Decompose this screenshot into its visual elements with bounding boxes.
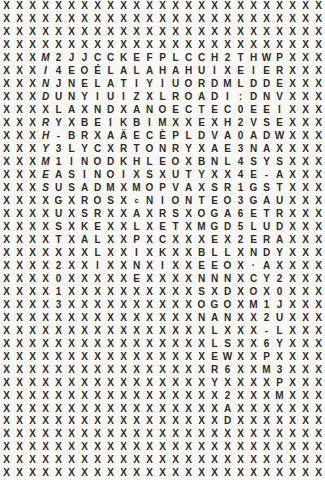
cell-r15c17[interactable]: S	[208, 182, 221, 195]
cell-r15c6[interactable]: S	[65, 182, 78, 195]
cell-r16c9[interactable]: S	[104, 195, 117, 208]
cell-r12c7[interactable]: Y	[78, 143, 91, 156]
cell-r6c11[interactable]: L	[130, 65, 143, 78]
cell-r36c21[interactable]: X	[260, 454, 273, 467]
cell-r30c4[interactable]: X	[39, 376, 52, 389]
cell-r32c23[interactable]: X	[286, 402, 299, 415]
cell-r30c23[interactable]: X	[286, 376, 299, 389]
cell-r15c4[interactable]: S	[39, 182, 52, 195]
cell-r6c25[interactable]: X	[312, 65, 325, 78]
cell-r2c16[interactable]: X	[195, 13, 208, 26]
cell-r18c15[interactable]: X	[182, 220, 195, 233]
cell-r25c14[interactable]: X	[169, 311, 182, 324]
cell-r13c15[interactable]: X	[182, 156, 195, 169]
cell-r32c18[interactable]: A	[221, 402, 234, 415]
cell-r23c16[interactable]: S	[195, 285, 208, 298]
cell-r2c3[interactable]: X	[26, 13, 39, 26]
cell-r19c7[interactable]: A	[78, 233, 91, 246]
cell-r22c19[interactable]: X	[234, 272, 247, 285]
cell-r25c24[interactable]: X	[299, 311, 312, 324]
cell-r6c7[interactable]: O	[78, 65, 91, 78]
cell-r8c6[interactable]: N	[65, 91, 78, 104]
cell-r20c4[interactable]: X	[39, 246, 52, 259]
cell-r31c9[interactable]: X	[104, 389, 117, 402]
cell-r4c16[interactable]: X	[195, 39, 208, 52]
cell-r8c15[interactable]: O	[182, 91, 195, 104]
cell-r1c6[interactable]: X	[65, 0, 78, 13]
cell-r8c11[interactable]: Z	[130, 91, 143, 104]
cell-r5c25[interactable]: X	[312, 52, 325, 65]
cell-r10c19[interactable]: 2	[234, 117, 247, 130]
cell-r19c12[interactable]: X	[143, 233, 156, 246]
cell-r22c25[interactable]: X	[312, 272, 325, 285]
cell-r17c3[interactable]: X	[26, 208, 39, 221]
cell-r19c11[interactable]: P	[130, 233, 143, 246]
cell-r31c2[interactable]: X	[13, 389, 26, 402]
cell-r35c23[interactable]: X	[286, 441, 299, 454]
cell-r24c24[interactable]: X	[299, 298, 312, 311]
cell-r9c19[interactable]: 0	[234, 104, 247, 117]
cell-r12c21[interactable]: A	[260, 143, 273, 156]
cell-r10c21[interactable]: S	[260, 117, 273, 130]
cell-r14c25[interactable]: X	[312, 169, 325, 182]
cell-r33c15[interactable]: X	[182, 415, 195, 428]
cell-r37c9[interactable]: X	[104, 467, 117, 480]
cell-r32c4[interactable]: X	[39, 402, 52, 415]
cell-r8c8[interactable]: I	[91, 91, 104, 104]
cell-r20c10[interactable]: X	[117, 246, 130, 259]
cell-r14c14[interactable]: U	[169, 169, 182, 182]
cell-r11c1[interactable]: X	[0, 130, 13, 143]
cell-r20c23[interactable]: X	[286, 246, 299, 259]
cell-r12c3[interactable]: X	[26, 143, 39, 156]
cell-r5c5[interactable]: 2	[52, 52, 65, 65]
cell-r26c7[interactable]: X	[78, 324, 91, 337]
cell-r2c1[interactable]: X	[0, 13, 13, 26]
cell-r28c15[interactable]: X	[182, 350, 195, 363]
cell-r36c7[interactable]: X	[78, 454, 91, 467]
cell-r11c11[interactable]: E	[130, 130, 143, 143]
cell-r21c9[interactable]: X	[104, 259, 117, 272]
cell-r14c23[interactable]: X	[286, 169, 299, 182]
cell-r27c9[interactable]: X	[104, 337, 117, 350]
cell-r34c6[interactable]: X	[65, 428, 78, 441]
cell-r29c7[interactable]: X	[78, 363, 91, 376]
cell-r21c22[interactable]: X	[273, 259, 286, 272]
cell-r23c14[interactable]: X	[169, 285, 182, 298]
cell-r7c2[interactable]: X	[13, 78, 26, 91]
cell-r27c17[interactable]: L	[208, 337, 221, 350]
cell-r15c11[interactable]: M	[130, 182, 143, 195]
cell-r22c23[interactable]: X	[286, 272, 299, 285]
cell-r25c20[interactable]: X	[247, 311, 260, 324]
cell-r6c16[interactable]: U	[195, 65, 208, 78]
cell-r36c4[interactable]: X	[39, 454, 52, 467]
cell-r23c17[interactable]: X	[208, 285, 221, 298]
cell-r14c21[interactable]: -	[260, 169, 273, 182]
cell-r15c16[interactable]: X	[195, 182, 208, 195]
cell-r17c11[interactable]: A	[130, 208, 143, 221]
cell-r6c20[interactable]: I	[247, 65, 260, 78]
cell-r23c9[interactable]: X	[104, 285, 117, 298]
cell-r24c22[interactable]: J	[273, 298, 286, 311]
cell-r5c16[interactable]: C	[195, 52, 208, 65]
cell-r4c10[interactable]: X	[117, 39, 130, 52]
cell-r29c20[interactable]: X	[247, 363, 260, 376]
cell-r36c11[interactable]: X	[130, 454, 143, 467]
cell-r20c15[interactable]: X	[182, 246, 195, 259]
cell-r24c16[interactable]: O	[195, 298, 208, 311]
cell-r23c21[interactable]: X	[260, 285, 273, 298]
cell-r16c13[interactable]: I	[156, 195, 169, 208]
cell-r7c1[interactable]: X	[0, 78, 13, 91]
cell-r33c6[interactable]: X	[65, 415, 78, 428]
cell-r2c17[interactable]: X	[208, 13, 221, 26]
cell-r14c17[interactable]: X	[208, 169, 221, 182]
cell-r14c12[interactable]: S	[143, 169, 156, 182]
cell-r34c25[interactable]: X	[312, 428, 325, 441]
cell-r26c4[interactable]: X	[39, 324, 52, 337]
cell-r22c22[interactable]: 2	[273, 272, 286, 285]
cell-r29c3[interactable]: X	[26, 363, 39, 376]
cell-r34c23[interactable]: X	[286, 428, 299, 441]
cell-r33c22[interactable]: X	[273, 415, 286, 428]
cell-r35c8[interactable]: X	[91, 441, 104, 454]
cell-r25c5[interactable]: X	[52, 311, 65, 324]
cell-r20c24[interactable]: X	[299, 246, 312, 259]
cell-r14c15[interactable]: T	[182, 169, 195, 182]
cell-r13c24[interactable]: X	[299, 156, 312, 169]
cell-r11c9[interactable]: A	[104, 130, 117, 143]
cell-r34c9[interactable]: X	[104, 428, 117, 441]
cell-r3c7[interactable]: X	[78, 26, 91, 39]
cell-r25c25[interactable]: X	[312, 311, 325, 324]
cell-r14c3[interactable]: X	[26, 169, 39, 182]
cell-r11c15[interactable]: L	[182, 130, 195, 143]
cell-r29c4[interactable]: X	[39, 363, 52, 376]
cell-r10c11[interactable]: B	[130, 117, 143, 130]
cell-r1c7[interactable]: X	[78, 0, 91, 13]
cell-r30c15[interactable]: X	[182, 376, 195, 389]
cell-r22c3[interactable]: X	[26, 272, 39, 285]
cell-r24c10[interactable]: X	[117, 298, 130, 311]
cell-r17c6[interactable]: X	[65, 208, 78, 221]
cell-r31c5[interactable]: X	[52, 389, 65, 402]
cell-r9c6[interactable]: A	[65, 104, 78, 117]
cell-r10c1[interactable]: X	[0, 117, 13, 130]
cell-r26c19[interactable]: X	[234, 324, 247, 337]
cell-r28c11[interactable]: X	[130, 350, 143, 363]
cell-r20c16[interactable]: B	[195, 246, 208, 259]
cell-r16c4[interactable]: X	[39, 195, 52, 208]
cell-r19c23[interactable]: X	[286, 233, 299, 246]
cell-r3c8[interactable]: X	[91, 26, 104, 39]
cell-r34c2[interactable]: X	[13, 428, 26, 441]
cell-r31c21[interactable]: X	[260, 389, 273, 402]
cell-r13c25[interactable]: X	[312, 156, 325, 169]
cell-r2c22[interactable]: X	[273, 13, 286, 26]
cell-r22c18[interactable]: N	[221, 272, 234, 285]
cell-r24c8[interactable]: X	[91, 298, 104, 311]
cell-r26c21[interactable]: -	[260, 324, 273, 337]
cell-r37c7[interactable]: X	[78, 467, 91, 480]
cell-r26c9[interactable]: X	[104, 324, 117, 337]
cell-r34c20[interactable]: X	[247, 428, 260, 441]
cell-r4c6[interactable]: X	[65, 39, 78, 52]
cell-r25c4[interactable]: X	[39, 311, 52, 324]
cell-r1c21[interactable]: X	[260, 0, 273, 13]
cell-r1c11[interactable]: X	[130, 0, 143, 13]
cell-r35c3[interactable]: X	[26, 441, 39, 454]
cell-r12c19[interactable]: 3	[234, 143, 247, 156]
cell-r24c14[interactable]: X	[169, 298, 182, 311]
cell-r11c13[interactable]: È	[156, 130, 169, 143]
cell-r28c23[interactable]: X	[286, 350, 299, 363]
cell-r14c5[interactable]: A	[52, 169, 65, 182]
cell-r26c11[interactable]: X	[130, 324, 143, 337]
cell-r7c5[interactable]: J	[52, 78, 65, 91]
cell-r4c4[interactable]: X	[39, 39, 52, 52]
cell-r29c9[interactable]: X	[104, 363, 117, 376]
cell-r21c11[interactable]: N	[130, 259, 143, 272]
cell-r31c10[interactable]: X	[117, 389, 130, 402]
cell-r2c10[interactable]: X	[117, 13, 130, 26]
cell-r13c23[interactable]: X	[286, 156, 299, 169]
cell-r18c1[interactable]: X	[0, 220, 13, 233]
cell-r27c10[interactable]: X	[117, 337, 130, 350]
cell-r18c10[interactable]: X	[117, 220, 130, 233]
cell-r23c11[interactable]: X	[130, 285, 143, 298]
cell-r11c2[interactable]: X	[13, 130, 26, 143]
cell-r20c22[interactable]: Y	[273, 246, 286, 259]
cell-r8c4[interactable]: D	[39, 91, 52, 104]
cell-r17c23[interactable]: X	[286, 208, 299, 221]
cell-r12c11[interactable]: T	[130, 143, 143, 156]
cell-r31c3[interactable]: X	[26, 389, 39, 402]
cell-r11c8[interactable]: X	[91, 130, 104, 143]
cell-r7c10[interactable]: T	[117, 78, 130, 91]
cell-r6c22[interactable]: R	[273, 65, 286, 78]
cell-r3c25[interactable]: X	[312, 26, 325, 39]
cell-r2c19[interactable]: X	[234, 13, 247, 26]
cell-r10c15[interactable]: X	[182, 117, 195, 130]
cell-r1c15[interactable]: X	[182, 0, 195, 13]
cell-r32c11[interactable]: X	[130, 402, 143, 415]
cell-r4c11[interactable]: X	[130, 39, 143, 52]
cell-r11c24[interactable]: X	[299, 130, 312, 143]
cell-r6c6[interactable]: E	[65, 65, 78, 78]
cell-r27c11[interactable]: X	[130, 337, 143, 350]
cell-r17c22[interactable]: R	[273, 208, 286, 221]
cell-r20c11[interactable]: I	[130, 246, 143, 259]
cell-r14c9[interactable]: O	[104, 169, 117, 182]
cell-r4c19[interactable]: X	[234, 39, 247, 52]
cell-r1c10[interactable]: X	[117, 0, 130, 13]
cell-r5c11[interactable]: E	[130, 52, 143, 65]
cell-r26c15[interactable]: X	[182, 324, 195, 337]
cell-r8c10[interactable]: I	[117, 91, 130, 104]
cell-r22c21[interactable]: Y	[260, 272, 273, 285]
cell-r5c9[interactable]: C	[104, 52, 117, 65]
cell-r34c12[interactable]: X	[143, 428, 156, 441]
cell-r4c23[interactable]: X	[286, 39, 299, 52]
cell-r3c3[interactable]: X	[26, 26, 39, 39]
cell-r29c5[interactable]: X	[52, 363, 65, 376]
cell-r16c3[interactable]: X	[26, 195, 39, 208]
cell-r33c12[interactable]: X	[143, 415, 156, 428]
cell-r9c23[interactable]: X	[286, 104, 299, 117]
cell-r10c12[interactable]: I	[143, 117, 156, 130]
cell-r8c14[interactable]: R	[169, 91, 182, 104]
cell-r12c8[interactable]: C	[91, 143, 104, 156]
cell-r24c20[interactable]: M	[247, 298, 260, 311]
cell-r22c15[interactable]: X	[182, 272, 195, 285]
cell-r14c24[interactable]: X	[299, 169, 312, 182]
cell-r5c13[interactable]: P	[156, 52, 169, 65]
cell-r30c17[interactable]: Y	[208, 376, 221, 389]
cell-r35c20[interactable]: X	[247, 441, 260, 454]
cell-r16c18[interactable]: O	[221, 195, 234, 208]
cell-r35c17[interactable]: X	[208, 441, 221, 454]
cell-r29c14[interactable]: X	[169, 363, 182, 376]
cell-r6c9[interactable]: L	[104, 65, 117, 78]
cell-r12c10[interactable]: R	[117, 143, 130, 156]
cell-r30c5[interactable]: X	[52, 376, 65, 389]
cell-r29c19[interactable]: X	[234, 363, 247, 376]
cell-r1c13[interactable]: X	[156, 0, 169, 13]
cell-r24c23[interactable]: X	[286, 298, 299, 311]
cell-r1c2[interactable]: X	[13, 0, 26, 13]
cell-r11c3[interactable]: X	[26, 130, 39, 143]
cell-r37c6[interactable]: X	[65, 467, 78, 480]
cell-r16c5[interactable]: G	[52, 195, 65, 208]
cell-r35c25[interactable]: X	[312, 441, 325, 454]
cell-r25c11[interactable]: X	[130, 311, 143, 324]
cell-r31c6[interactable]: X	[65, 389, 78, 402]
cell-r35c14[interactable]: X	[169, 441, 182, 454]
cell-r34c4[interactable]: X	[39, 428, 52, 441]
cell-r30c20[interactable]: X	[247, 376, 260, 389]
cell-r28c9[interactable]: X	[104, 350, 117, 363]
cell-r32c17[interactable]: X	[208, 402, 221, 415]
cell-r6c15[interactable]: H	[182, 65, 195, 78]
cell-r28c14[interactable]: X	[169, 350, 182, 363]
cell-r30c7[interactable]: X	[78, 376, 91, 389]
cell-r10c18[interactable]: H	[221, 117, 234, 130]
cell-r9c16[interactable]: T	[195, 104, 208, 117]
cell-r32c10[interactable]: X	[117, 402, 130, 415]
cell-r16c11[interactable]: c	[130, 195, 143, 208]
cell-r10c22[interactable]: E	[273, 117, 286, 130]
cell-r37c16[interactable]: X	[195, 467, 208, 480]
cell-r20c25[interactable]: X	[312, 246, 325, 259]
cell-r18c22[interactable]: D	[273, 220, 286, 233]
cell-r30c24[interactable]: X	[299, 376, 312, 389]
cell-r17c14[interactable]: S	[169, 208, 182, 221]
cell-r12c15[interactable]: Y	[182, 143, 195, 156]
cell-r10c17[interactable]: X	[208, 117, 221, 130]
cell-r32c9[interactable]: X	[104, 402, 117, 415]
cell-r35c9[interactable]: X	[104, 441, 117, 454]
cell-r7c23[interactable]: X	[286, 78, 299, 91]
cell-r28c17[interactable]: E	[208, 350, 221, 363]
cell-r2c11[interactable]: X	[130, 13, 143, 26]
cell-r7c6[interactable]: N	[65, 78, 78, 91]
cell-r36c25[interactable]: X	[312, 454, 325, 467]
cell-r15c19[interactable]: 1	[234, 182, 247, 195]
cell-r25c3[interactable]: X	[26, 311, 39, 324]
cell-r16c22[interactable]: U	[273, 195, 286, 208]
cell-r35c12[interactable]: X	[143, 441, 156, 454]
cell-r9c13[interactable]: O	[156, 104, 169, 117]
cell-r22c8[interactable]: X	[91, 272, 104, 285]
cell-r15c3[interactable]: X	[26, 182, 39, 195]
cell-r19c9[interactable]: X	[104, 233, 117, 246]
cell-r29c22[interactable]: 3	[273, 363, 286, 376]
cell-r28c5[interactable]: X	[52, 350, 65, 363]
cell-r21c1[interactable]: X	[0, 259, 13, 272]
cell-r21c8[interactable]: I	[91, 259, 104, 272]
cell-r23c19[interactable]: X	[234, 285, 247, 298]
cell-r29c18[interactable]: 6	[221, 363, 234, 376]
cell-r10c9[interactable]: I	[104, 117, 117, 130]
cell-r35c24[interactable]: X	[299, 441, 312, 454]
cell-r23c20[interactable]: O	[247, 285, 260, 298]
cell-r20c18[interactable]: L	[221, 246, 234, 259]
cell-r20c3[interactable]: X	[26, 246, 39, 259]
cell-r4c18[interactable]: X	[221, 39, 234, 52]
cell-r5c2[interactable]: X	[13, 52, 26, 65]
cell-r27c6[interactable]: X	[65, 337, 78, 350]
cell-r21c16[interactable]: E	[195, 259, 208, 272]
cell-r4c14[interactable]: X	[169, 39, 182, 52]
cell-r19c15[interactable]: X	[182, 233, 195, 246]
cell-r19c24[interactable]: X	[299, 233, 312, 246]
cell-r4c25[interactable]: X	[312, 39, 325, 52]
cell-r30c13[interactable]: X	[156, 376, 169, 389]
cell-r25c13[interactable]: X	[156, 311, 169, 324]
cell-r12c4[interactable]: Y	[39, 143, 52, 156]
cell-r7c9[interactable]: A	[104, 78, 117, 91]
cell-r22c20[interactable]: C	[247, 272, 260, 285]
cell-r26c23[interactable]: X	[286, 324, 299, 337]
cell-r9c25[interactable]: X	[312, 104, 325, 117]
cell-r30c1[interactable]: X	[0, 376, 13, 389]
cell-r4c24[interactable]: X	[299, 39, 312, 52]
cell-r28c20[interactable]: X	[247, 350, 260, 363]
cell-r17c15[interactable]: X	[182, 208, 195, 221]
cell-r33c13[interactable]: X	[156, 415, 169, 428]
cell-r1c4[interactable]: X	[39, 0, 52, 13]
cell-r34c13[interactable]: X	[156, 428, 169, 441]
cell-r9c11[interactable]: A	[130, 104, 143, 117]
cell-r34c22[interactable]: X	[273, 428, 286, 441]
cell-r14c8[interactable]: N	[91, 169, 104, 182]
cell-r30c18[interactable]: X	[221, 376, 234, 389]
cell-r19c21[interactable]: R	[260, 233, 273, 246]
cell-r28c3[interactable]: X	[26, 350, 39, 363]
cell-r23c10[interactable]: X	[117, 285, 130, 298]
cell-r23c12[interactable]: X	[143, 285, 156, 298]
cell-r7c24[interactable]: X	[299, 78, 312, 91]
cell-r18c4[interactable]: X	[39, 220, 52, 233]
cell-r11c18[interactable]: A	[221, 130, 234, 143]
cell-r18c16[interactable]: M	[195, 220, 208, 233]
cell-r35c15[interactable]: X	[182, 441, 195, 454]
cell-r23c2[interactable]: X	[13, 285, 26, 298]
cell-r4c15[interactable]: X	[182, 39, 195, 52]
cell-r36c22[interactable]: X	[273, 454, 286, 467]
